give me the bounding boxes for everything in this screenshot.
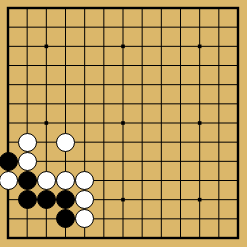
intersection[interactable]: [171, 37, 190, 56]
intersection[interactable]: [37, 171, 56, 190]
intersection[interactable]: [133, 0, 152, 18]
intersection[interactable]: [133, 56, 152, 75]
intersection[interactable]: [228, 113, 247, 132]
intersection[interactable]: [18, 75, 37, 94]
intersection[interactable]: [56, 37, 75, 56]
intersection[interactable]: [56, 228, 75, 247]
intersection[interactable]: [152, 133, 171, 152]
intersection[interactable]: [37, 152, 56, 171]
intersection[interactable]: [113, 94, 132, 113]
intersection[interactable]: [209, 56, 228, 75]
intersection[interactable]: [190, 190, 209, 209]
intersection[interactable]: [152, 75, 171, 94]
intersection[interactable]: [190, 56, 209, 75]
white-stone: [75, 190, 94, 209]
intersection[interactable]: [228, 37, 247, 56]
intersection[interactable]: [228, 0, 247, 18]
intersection[interactable]: [190, 152, 209, 171]
intersection[interactable]: [0, 56, 18, 75]
intersection[interactable]: [171, 228, 190, 247]
intersection[interactable]: [0, 113, 18, 132]
intersection[interactable]: [152, 94, 171, 113]
intersection[interactable]: [18, 18, 37, 37]
intersection[interactable]: [18, 209, 37, 228]
intersection[interactable]: [190, 133, 209, 152]
white-stone: [56, 171, 75, 190]
intersection[interactable]: [133, 209, 152, 228]
intersection[interactable]: [113, 0, 132, 18]
intersection[interactable]: [152, 56, 171, 75]
intersection[interactable]: [209, 228, 228, 247]
intersection[interactable]: [18, 37, 37, 56]
intersection[interactable]: [37, 18, 56, 37]
intersection[interactable]: [37, 94, 56, 113]
intersection[interactable]: [75, 171, 94, 190]
intersection[interactable]: [56, 0, 75, 18]
intersection[interactable]: [94, 37, 113, 56]
intersection[interactable]: [209, 152, 228, 171]
intersection[interactable]: [75, 94, 94, 113]
intersection[interactable]: [152, 18, 171, 37]
intersection[interactable]: [18, 228, 37, 247]
intersection[interactable]: [75, 133, 94, 152]
intersection[interactable]: [56, 56, 75, 75]
black-stone: [37, 190, 56, 209]
intersection[interactable]: [190, 75, 209, 94]
white-stone: [18, 133, 37, 152]
intersection[interactable]: [209, 171, 228, 190]
intersection[interactable]: [228, 228, 247, 247]
intersection[interactable]: [94, 56, 113, 75]
intersection[interactable]: [209, 209, 228, 228]
intersection[interactable]: [171, 113, 190, 132]
intersection[interactable]: [75, 37, 94, 56]
white-stone: [75, 171, 94, 190]
intersection[interactable]: [94, 209, 113, 228]
intersection[interactable]: [75, 113, 94, 132]
intersection[interactable]: [133, 94, 152, 113]
intersection[interactable]: [18, 113, 37, 132]
intersection[interactable]: [0, 152, 18, 171]
intersection[interactable]: [37, 190, 56, 209]
intersection[interactable]: [228, 56, 247, 75]
black-stone: [0, 152, 18, 171]
intersection[interactable]: [37, 209, 56, 228]
intersection[interactable]: [171, 75, 190, 94]
intersection[interactable]: [56, 171, 75, 190]
black-stone: [56, 190, 75, 209]
intersection[interactable]: [37, 37, 56, 56]
intersection[interactable]: [113, 56, 132, 75]
intersection[interactable]: [94, 152, 113, 171]
intersection[interactable]: [171, 209, 190, 228]
intersection[interactable]: [209, 133, 228, 152]
intersection[interactable]: [94, 0, 113, 18]
intersection[interactable]: [133, 113, 152, 132]
intersection[interactable]: [0, 209, 18, 228]
intersection[interactable]: [113, 18, 132, 37]
intersection[interactable]: [152, 209, 171, 228]
intersection[interactable]: [94, 228, 113, 247]
white-stone: [56, 133, 75, 152]
intersection[interactable]: [209, 94, 228, 113]
intersection[interactable]: [152, 113, 171, 132]
intersection[interactable]: [190, 94, 209, 113]
intersection[interactable]: [152, 0, 171, 18]
intersection[interactable]: [190, 113, 209, 132]
intersection[interactable]: [0, 94, 18, 113]
intersection[interactable]: [0, 37, 18, 56]
intersection[interactable]: [190, 18, 209, 37]
intersection[interactable]: [37, 113, 56, 132]
intersection[interactable]: [56, 133, 75, 152]
intersection[interactable]: [171, 171, 190, 190]
intersection[interactable]: [133, 75, 152, 94]
intersection[interactable]: [94, 94, 113, 113]
intersection[interactable]: [209, 37, 228, 56]
intersection[interactable]: [171, 94, 190, 113]
intersection[interactable]: [228, 209, 247, 228]
intersection[interactable]: [113, 113, 132, 132]
intersection[interactable]: [171, 56, 190, 75]
intersection[interactable]: [0, 0, 18, 18]
intersection[interactable]: [228, 133, 247, 152]
intersection[interactable]: [75, 228, 94, 247]
intersection[interactable]: [228, 171, 247, 190]
intersection[interactable]: [94, 75, 113, 94]
intersection[interactable]: [133, 18, 152, 37]
intersection[interactable]: [113, 228, 132, 247]
intersection[interactable]: [228, 18, 247, 37]
intersection[interactable]: [209, 0, 228, 18]
intersection[interactable]: [18, 171, 37, 190]
intersection[interactable]: [152, 190, 171, 209]
intersection[interactable]: [113, 209, 132, 228]
intersection[interactable]: [37, 0, 56, 18]
intersection[interactable]: [56, 18, 75, 37]
intersection[interactable]: [37, 56, 56, 75]
intersection[interactable]: [75, 190, 94, 209]
intersection[interactable]: [0, 228, 18, 247]
white-stone: [18, 152, 37, 171]
intersection[interactable]: [56, 209, 75, 228]
intersection[interactable]: [113, 190, 132, 209]
white-stone: [0, 171, 18, 190]
intersection[interactable]: [209, 190, 228, 209]
intersection[interactable]: [94, 18, 113, 37]
intersection[interactable]: [113, 133, 132, 152]
intersection[interactable]: [228, 94, 247, 113]
intersection[interactable]: [75, 209, 94, 228]
intersection[interactable]: [0, 171, 18, 190]
intersection[interactable]: [152, 37, 171, 56]
intersection[interactable]: [18, 94, 37, 113]
intersection[interactable]: [0, 18, 18, 37]
intersection[interactable]: [75, 56, 94, 75]
intersection[interactable]: [171, 18, 190, 37]
intersection[interactable]: [190, 228, 209, 247]
intersection[interactable]: [0, 75, 18, 94]
intersection[interactable]: [37, 133, 56, 152]
intersection[interactable]: [171, 0, 190, 18]
intersection[interactable]: [209, 18, 228, 37]
intersection[interactable]: [56, 190, 75, 209]
white-stone: [75, 209, 94, 228]
intersection[interactable]: [18, 0, 37, 18]
intersection[interactable]: [56, 113, 75, 132]
intersection[interactable]: [56, 152, 75, 171]
intersection[interactable]: [133, 190, 152, 209]
white-stone: [37, 171, 56, 190]
intersection[interactable]: [113, 171, 132, 190]
black-stone: [18, 171, 37, 190]
intersection[interactable]: [94, 190, 113, 209]
intersection[interactable]: [113, 37, 132, 56]
intersection[interactable]: [133, 133, 152, 152]
intersection[interactable]: [75, 75, 94, 94]
intersection[interactable]: [209, 113, 228, 132]
intersection[interactable]: [133, 228, 152, 247]
intersection[interactable]: [228, 152, 247, 171]
intersection[interactable]: [56, 75, 75, 94]
black-stone: [56, 209, 75, 228]
intersection[interactable]: [113, 152, 132, 171]
intersection[interactable]: [152, 228, 171, 247]
intersection[interactable]: [18, 56, 37, 75]
intersection[interactable]: [228, 75, 247, 94]
intersection[interactable]: [171, 152, 190, 171]
intersection[interactable]: [190, 0, 209, 18]
intersection[interactable]: [190, 171, 209, 190]
intersection[interactable]: [171, 190, 190, 209]
intersection[interactable]: [171, 133, 190, 152]
intersection[interactable]: [190, 209, 209, 228]
intersection[interactable]: [56, 94, 75, 113]
go-board-diagram: [0, 0, 247, 247]
intersection[interactable]: [152, 152, 171, 171]
intersection[interactable]: [94, 113, 113, 132]
intersection[interactable]: [37, 228, 56, 247]
intersection[interactable]: [152, 171, 171, 190]
intersection[interactable]: [18, 152, 37, 171]
intersection[interactable]: [94, 171, 113, 190]
intersection[interactable]: [0, 190, 18, 209]
intersection[interactable]: [0, 133, 18, 152]
intersection[interactable]: [133, 171, 152, 190]
intersection[interactable]: [37, 75, 56, 94]
intersection[interactable]: [209, 75, 228, 94]
intersection[interactable]: [228, 190, 247, 209]
intersection[interactable]: [75, 18, 94, 37]
intersection[interactable]: [113, 75, 132, 94]
intersection[interactable]: [133, 152, 152, 171]
intersection[interactable]: [75, 152, 94, 171]
intersection[interactable]: [133, 37, 152, 56]
intersection[interactable]: [190, 37, 209, 56]
intersection[interactable]: [18, 133, 37, 152]
intersection[interactable]: [18, 190, 37, 209]
black-stone: [18, 190, 37, 209]
go-board: [0, 0, 247, 247]
intersection[interactable]: [75, 0, 94, 18]
intersection[interactable]: [94, 133, 113, 152]
